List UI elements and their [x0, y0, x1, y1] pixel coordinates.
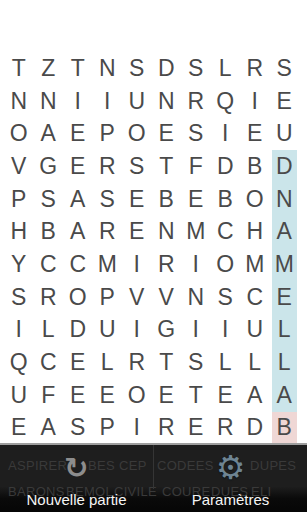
grid-cell[interactable]: A	[34, 412, 64, 445]
grid-cell[interactable]: H	[240, 215, 270, 248]
app-screen: TZTNSDSLRSNNIIUNRQIEOAEPOESIEUVGERSTFDBD…	[0, 0, 307, 512]
grid-cell[interactable]: U	[270, 117, 300, 150]
grid-cell[interactable]: L	[270, 314, 300, 347]
grid-cell[interactable]: D	[211, 150, 241, 183]
grid-cell[interactable]: M	[240, 248, 270, 281]
grid-cell[interactable]: R	[152, 412, 182, 445]
grid-cell[interactable]: R	[122, 346, 152, 379]
grid-cell[interactable]: A	[270, 215, 300, 248]
grid-cell[interactable]: H	[4, 215, 34, 248]
grid-cell[interactable]: M	[181, 215, 211, 248]
grid-cell[interactable]: C	[34, 248, 64, 281]
new-game-label: Nouvelle partie	[0, 491, 153, 508]
grid-cell[interactable]: T	[4, 52, 34, 85]
grid-cell[interactable]: P	[93, 412, 123, 445]
grid-cell[interactable]: S	[34, 183, 64, 216]
grid-cell[interactable]: B	[34, 215, 64, 248]
grid-cell[interactable]: R	[93, 215, 123, 248]
grid-cell[interactable]: D	[240, 412, 270, 445]
grid-cell[interactable]: N	[270, 183, 300, 216]
grid-cell[interactable]: N	[93, 52, 123, 85]
grid-cell[interactable]: O	[211, 248, 241, 281]
grid-cell[interactable]: L	[93, 346, 123, 379]
grid-cell[interactable]: O	[122, 379, 152, 412]
settings-label: Paramètres	[154, 491, 307, 508]
grid-cell[interactable]: I	[122, 412, 152, 445]
grid-cell[interactable]: F	[34, 379, 64, 412]
grid-cell[interactable]: I	[4, 314, 34, 347]
refresh-icon: ↻	[0, 454, 153, 483]
grid-cell[interactable]: E	[122, 215, 152, 248]
grid-cell[interactable]: A	[63, 183, 93, 216]
grid-cell[interactable]: L	[240, 346, 270, 379]
grid-cell[interactable]: D	[63, 314, 93, 347]
options-overlay: ASPIRERBESCEPCODEESDUPES BARONSBEMOLCIVI…	[0, 445, 307, 512]
grid-cell[interactable]: A	[34, 117, 64, 150]
grid-cell[interactable]: A	[63, 215, 93, 248]
grid-cell[interactable]: I	[181, 314, 211, 347]
grid-cell[interactable]: O	[240, 183, 270, 216]
grid-cell[interactable]: O	[63, 281, 93, 314]
grid-cell[interactable]: R	[240, 52, 270, 85]
grid-cell[interactable]: A	[270, 379, 300, 412]
grid-cell[interactable]: P	[93, 117, 123, 150]
grid-cell[interactable]: I	[240, 85, 270, 118]
grid-cell[interactable]: E	[152, 379, 182, 412]
grid-cell[interactable]: M	[93, 248, 123, 281]
grid-cell[interactable]: B	[152, 183, 182, 216]
grid-cell[interactable]: L	[34, 314, 64, 347]
grid-cell[interactable]: S	[181, 346, 211, 379]
grid-cell[interactable]: D	[270, 150, 300, 183]
grid-cell[interactable]: E	[211, 379, 241, 412]
grid-cell[interactable]: N	[34, 85, 64, 118]
grid-cell[interactable]: V	[4, 150, 34, 183]
grid-cell[interactable]: L	[211, 346, 241, 379]
grid-cell[interactable]: I	[211, 117, 241, 150]
grid-cell[interactable]: G	[34, 150, 64, 183]
settings-button[interactable]: ⚙ Paramètres	[154, 445, 307, 512]
grid-cell[interactable]: E	[4, 412, 34, 445]
grid-cell[interactable]: M	[270, 248, 300, 281]
grid-cell[interactable]: N	[152, 85, 182, 118]
grid-cell[interactable]: R	[211, 412, 241, 445]
grid-cell[interactable]: I	[211, 314, 241, 347]
grid-cell[interactable]: S	[63, 412, 93, 445]
grid-cell[interactable]: R	[93, 150, 123, 183]
grid-cell[interactable]: G	[152, 314, 182, 347]
grid-cell[interactable]: B	[240, 150, 270, 183]
grid-cell[interactable]: I	[122, 248, 152, 281]
grid-cell[interactable]: S	[211, 281, 241, 314]
grid-cell[interactable]: E	[152, 117, 182, 150]
grid-cell[interactable]: S	[270, 52, 300, 85]
grid-cell[interactable]: S	[93, 183, 123, 216]
grid-cell[interactable]: O	[122, 117, 152, 150]
grid-cell[interactable]: I	[181, 248, 211, 281]
grid-cell[interactable]: V	[122, 281, 152, 314]
grid-cell[interactable]: E	[270, 85, 300, 118]
grid-cell[interactable]: Q	[211, 85, 241, 118]
grid-cell[interactable]: T	[152, 346, 182, 379]
grid-cell[interactable]: C	[240, 281, 270, 314]
grid-cell[interactable]: E	[181, 412, 211, 445]
gear-icon: ⚙	[154, 451, 307, 484]
grid-cell[interactable]: E	[63, 117, 93, 150]
grid-cell[interactable]: I	[93, 85, 123, 118]
grid-cell[interactable]: B	[211, 183, 241, 216]
grid-cell[interactable]: Q	[4, 346, 34, 379]
grid-cell[interactable]: L	[270, 346, 300, 379]
grid-cell[interactable]: U	[93, 314, 123, 347]
grid-cell[interactable]: N	[152, 215, 182, 248]
grid-cell[interactable]: E	[181, 183, 211, 216]
grid-cell[interactable]: C	[34, 346, 64, 379]
grid-cell[interactable]: T	[63, 52, 93, 85]
grid-cell[interactable]: S	[122, 150, 152, 183]
grid-cell[interactable]: A	[240, 379, 270, 412]
grid-cell[interactable]: I	[122, 314, 152, 347]
grid-cell[interactable]: V	[152, 281, 182, 314]
grid-cell[interactable]: Z	[34, 52, 64, 85]
grid-cell[interactable]: E	[63, 379, 93, 412]
grid-cell[interactable]: Y	[4, 248, 34, 281]
grid-cell[interactable]: S	[4, 281, 34, 314]
grid-cell[interactable]: T	[152, 150, 182, 183]
letter-grid[interactable]: TZTNSDSLRSNNIIUNRQIEOAEPOESIEUVGERSTFDBD…	[4, 52, 299, 444]
grid-cell[interactable]: P	[93, 281, 123, 314]
new-game-button[interactable]: ↻ Nouvelle partie	[0, 445, 153, 512]
grid-cell[interactable]: E	[240, 117, 270, 150]
grid-cell[interactable]: C	[63, 248, 93, 281]
grid-cell[interactable]: O	[4, 117, 34, 150]
grid-cell[interactable]: E	[63, 150, 93, 183]
grid-cell[interactable]: E	[270, 281, 300, 314]
grid-cell[interactable]: N	[181, 281, 211, 314]
grid-cell[interactable]: E	[122, 183, 152, 216]
grid-cell[interactable]: E	[63, 346, 93, 379]
grid-cell[interactable]: U	[122, 85, 152, 118]
grid-cell[interactable]: R	[152, 248, 182, 281]
grid-cell[interactable]: N	[4, 85, 34, 118]
grid-cell[interactable]: P	[4, 183, 34, 216]
grid-cell[interactable]: E	[93, 379, 123, 412]
grid-cell[interactable]: U	[4, 379, 34, 412]
grid-cell[interactable]: R	[181, 85, 211, 118]
grid-cell[interactable]: R	[34, 281, 64, 314]
grid-cell[interactable]: D	[152, 52, 182, 85]
grid-cell[interactable]: B	[270, 412, 300, 445]
grid-cell[interactable]: S	[181, 117, 211, 150]
grid-cell[interactable]: L	[211, 52, 241, 85]
grid-cell[interactable]: S	[181, 52, 211, 85]
grid-cell[interactable]: I	[63, 85, 93, 118]
grid-cell[interactable]: F	[181, 150, 211, 183]
grid-cell[interactable]: C	[211, 215, 241, 248]
grid-cell[interactable]: S	[122, 52, 152, 85]
grid-cell[interactable]: T	[181, 379, 211, 412]
grid-cell[interactable]: U	[240, 314, 270, 347]
